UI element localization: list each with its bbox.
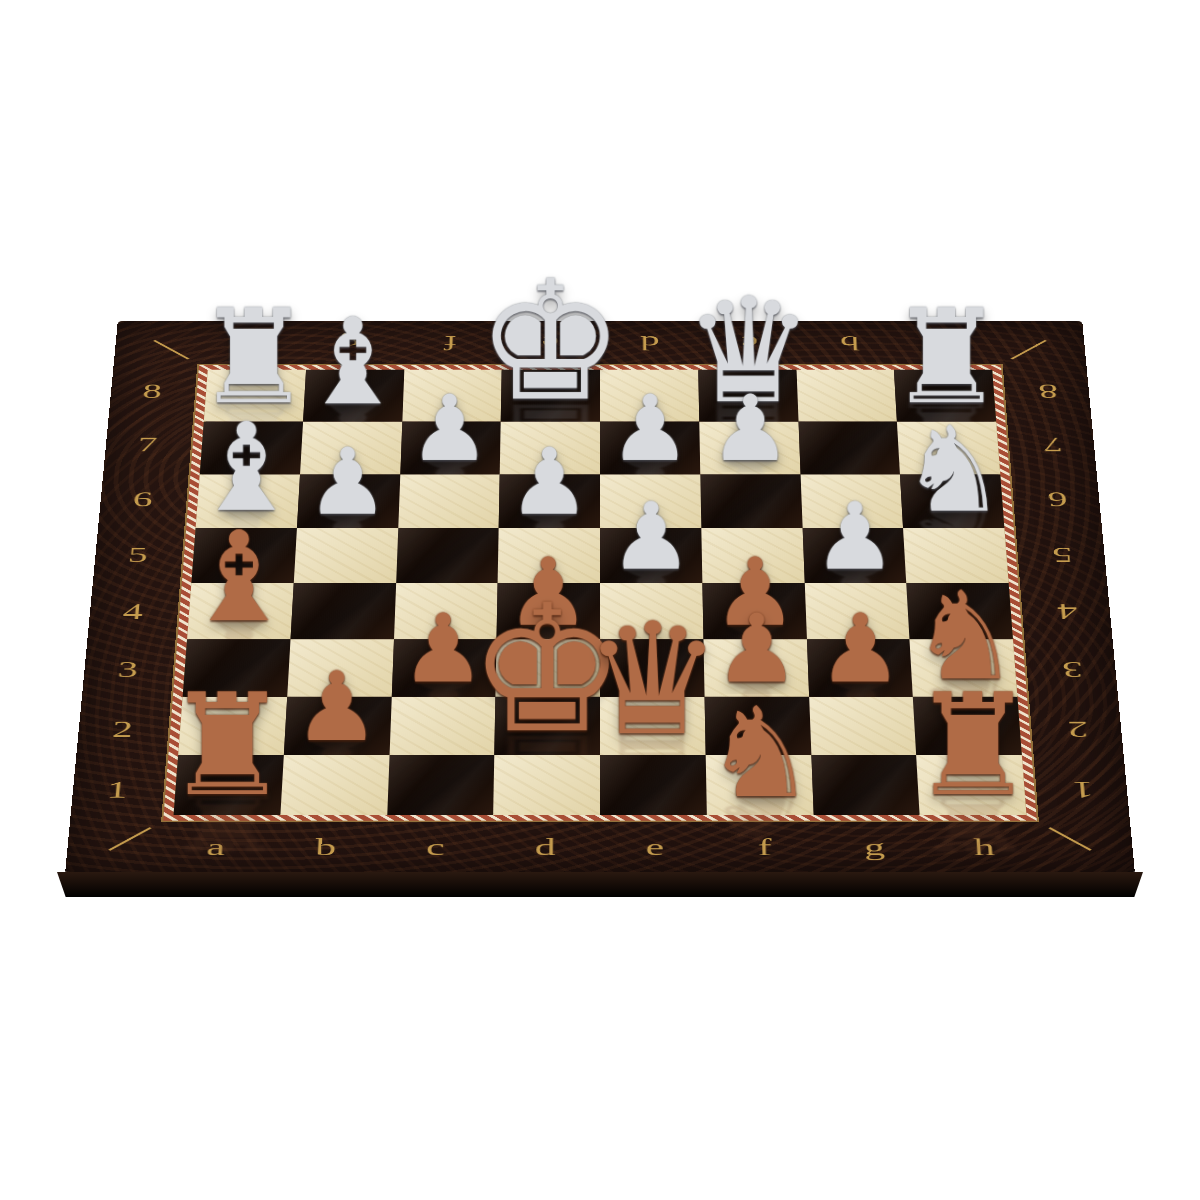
- square-b6[interactable]: ♟♟: [297, 474, 400, 528]
- square-b2[interactable]: ♟♟: [284, 697, 392, 756]
- rank-label-right-8: 8: [1037, 381, 1058, 401]
- rank-label-left-7: 7: [137, 434, 158, 455]
- square-g3[interactable]: ♟♟: [806, 639, 913, 696]
- square-e7[interactable]: ♟♟: [600, 421, 700, 474]
- square-a1[interactable]: ♜♜: [174, 755, 284, 815]
- silver-pawn-e7[interactable]: ♟: [609, 386, 691, 472]
- file-label-f: f: [757, 835, 772, 859]
- chess-board: abcdefgh abcdefgh 87654321 87654321 ♜♜♝♝…: [65, 321, 1135, 874]
- file-label-b: b: [315, 835, 337, 859]
- silver-pawn-b6[interactable]: ♟: [306, 439, 388, 526]
- rank-label-right-5: 5: [1051, 544, 1073, 565]
- copper-queen-e2[interactable]: ♛: [583, 606, 722, 753]
- rank-label-right-3: 3: [1061, 659, 1083, 681]
- square-c7[interactable]: ♟♟: [400, 421, 501, 474]
- rank-label-left-4: 4: [122, 601, 144, 623]
- square-e1[interactable]: [600, 755, 707, 815]
- copper-knight-f1[interactable]: ♞: [704, 694, 816, 812]
- square-f6[interactable]: [700, 474, 802, 528]
- rank-label-right-1: 1: [1071, 778, 1094, 801]
- file-label-a: a: [206, 835, 226, 859]
- silver-pawn-d6[interactable]: ♟: [508, 439, 590, 526]
- rank-label-left-1: 1: [106, 778, 129, 801]
- file-label-top-b: b: [840, 333, 860, 353]
- board-grid: ♜♜♝♝♚♚♛♛♜♜♟♟♟♟♟♟♝♝♟♟♟♟♞♞♟♟♟♟♝♝♟♟♟♟♟♟♟♟♟♟…: [174, 370, 1027, 815]
- square-f1[interactable]: ♞♞: [705, 755, 813, 815]
- square-h1[interactable]: ♜♜: [916, 755, 1026, 815]
- silver-pawn-c7[interactable]: ♟: [409, 386, 491, 472]
- board-front-edge: [57, 872, 1143, 897]
- file-label-e: e: [645, 835, 664, 859]
- square-d8[interactable]: ♚♚: [501, 370, 600, 422]
- playing-area: ♜♜♝♝♚♚♛♛♜♜♟♟♟♟♟♟♝♝♟♟♟♟♞♞♟♟♟♟♝♝♟♟♟♟♟♟♟♟♟♟…: [163, 365, 1037, 821]
- corner-tick-icon: [153, 340, 189, 360]
- square-g1[interactable]: [811, 755, 920, 815]
- file-label-h: h: [973, 835, 996, 859]
- corner-tick-icon: [1048, 827, 1091, 851]
- square-b8[interactable]: ♝♝: [303, 370, 404, 422]
- photo-stage: abcdefgh abcdefgh 87654321 87654321 ♜♜♝♝…: [0, 0, 1200, 1200]
- rank-label-right-4: 4: [1056, 601, 1078, 623]
- rank-label-left-2: 2: [111, 718, 133, 741]
- corner-tick-icon: [108, 827, 151, 851]
- square-c1[interactable]: [387, 755, 495, 815]
- copper-rook-h1[interactable]: ♜: [910, 679, 1036, 812]
- copper-pawn-b2[interactable]: ♟: [293, 662, 379, 753]
- rank-label-left-5: 5: [127, 544, 149, 565]
- rank-label-right-2: 2: [1066, 718, 1088, 741]
- rank-label-left-6: 6: [132, 489, 153, 510]
- file-label-top-f: f: [444, 333, 457, 353]
- rank-label-left-3: 3: [117, 659, 139, 681]
- square-a4[interactable]: ♝♝: [187, 583, 293, 639]
- rank-label-right-7: 7: [1042, 434, 1063, 455]
- file-label-g: g: [863, 835, 885, 859]
- square-h6[interactable]: ♞♞: [900, 474, 1004, 528]
- silver-pawn-g5[interactable]: ♟: [814, 493, 897, 581]
- silver-pawn-f7[interactable]: ♟: [709, 386, 791, 472]
- copper-pawn-g3[interactable]: ♟: [818, 604, 903, 694]
- square-c6[interactable]: [398, 474, 500, 528]
- square-f7[interactable]: ♟♟: [699, 421, 800, 474]
- square-d1[interactable]: [493, 755, 600, 815]
- square-d6[interactable]: ♟♟: [499, 474, 600, 528]
- file-label-c: c: [426, 835, 445, 859]
- rank-label-left-8: 8: [142, 381, 163, 401]
- square-b4[interactable]: [290, 583, 395, 639]
- copper-rook-a1[interactable]: ♜: [164, 679, 290, 812]
- copper-bishop-a4[interactable]: ♝: [183, 519, 295, 637]
- square-b1[interactable]: [280, 755, 389, 815]
- square-g5[interactable]: ♟♟: [802, 528, 906, 583]
- square-e2[interactable]: ♛♛: [600, 697, 705, 756]
- silver-bishop-b8[interactable]: ♝: [299, 306, 406, 419]
- file-labels-bottom: abcdefgh: [160, 830, 1041, 865]
- rank-label-right-6: 6: [1047, 489, 1068, 510]
- silver-knight-h6[interactable]: ♞: [901, 414, 1007, 526]
- silver-king-d8[interactable]: ♚: [476, 262, 624, 419]
- square-g2[interactable]: [809, 697, 917, 756]
- corner-tick-icon: [1011, 340, 1047, 360]
- square-b5[interactable]: [294, 528, 398, 583]
- file-label-d: d: [535, 835, 556, 859]
- file-label-top-d: d: [640, 333, 659, 353]
- square-g7[interactable]: [798, 421, 900, 474]
